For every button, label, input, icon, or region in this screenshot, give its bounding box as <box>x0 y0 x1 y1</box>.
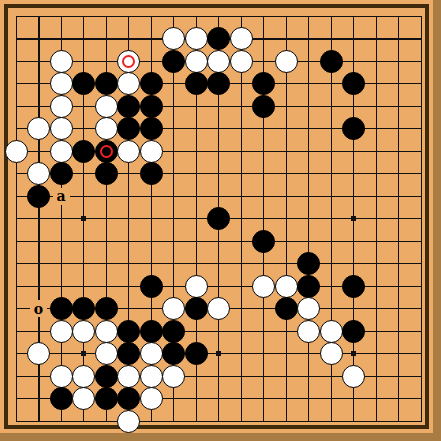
white-stone <box>95 320 118 343</box>
black-stone <box>320 50 343 73</box>
white-stone <box>117 72 140 95</box>
white-stone <box>162 297 185 320</box>
black-stone <box>162 342 185 365</box>
black-stone <box>50 162 73 185</box>
black-stone <box>140 117 163 140</box>
white-stone <box>162 365 185 388</box>
black-stone <box>95 365 118 388</box>
black-stone <box>95 297 118 320</box>
black-stone <box>252 230 275 253</box>
star-point <box>351 351 356 356</box>
white-stone <box>72 320 95 343</box>
black-stone <box>207 207 230 230</box>
black-stone <box>342 117 365 140</box>
go-board[interactable]: ao <box>0 0 441 441</box>
star-point <box>216 351 221 356</box>
white-stone <box>140 365 163 388</box>
black-stone <box>72 72 95 95</box>
black-stone <box>117 320 140 343</box>
black-stone <box>72 140 95 163</box>
white-stone <box>230 50 253 73</box>
white-stone <box>50 365 73 388</box>
white-stone <box>117 140 140 163</box>
white-stone <box>95 342 118 365</box>
white-stone <box>27 342 50 365</box>
black-stone <box>252 72 275 95</box>
white-stone <box>72 387 95 410</box>
white-stone <box>207 50 230 73</box>
white-stone <box>95 117 118 140</box>
black-stone <box>342 72 365 95</box>
white-stone <box>50 320 73 343</box>
white-stone <box>140 342 163 365</box>
black-stone <box>185 297 208 320</box>
white-stone <box>50 95 73 118</box>
white-stone <box>275 275 298 298</box>
black-stone <box>275 297 298 320</box>
black-stone <box>140 95 163 118</box>
star-point <box>351 216 356 221</box>
white-stone <box>297 297 320 320</box>
white-stone <box>275 50 298 73</box>
black-stone <box>207 27 230 50</box>
white-stone <box>117 365 140 388</box>
board-edge-shadow-bottom <box>0 433 441 441</box>
black-stone <box>342 320 365 343</box>
red-circle-marker <box>100 145 113 158</box>
white-stone <box>185 50 208 73</box>
board-edge-shadow-right <box>433 0 441 441</box>
black-stone <box>342 275 365 298</box>
white-stone <box>50 72 73 95</box>
black-stone <box>27 185 50 208</box>
point-label-a: a <box>53 188 70 205</box>
black-stone <box>185 342 208 365</box>
black-stone <box>117 117 140 140</box>
black-stone <box>252 95 275 118</box>
black-stone <box>162 50 185 73</box>
black-stone <box>95 387 118 410</box>
black-stone <box>140 72 163 95</box>
white-stone <box>95 95 118 118</box>
white-stone <box>297 320 320 343</box>
star-point <box>81 351 86 356</box>
white-stone <box>252 275 275 298</box>
white-stone <box>117 410 140 433</box>
white-stone-circled <box>117 50 140 73</box>
white-stone <box>27 117 50 140</box>
black-stone <box>117 95 140 118</box>
black-stone <box>140 162 163 185</box>
black-stone <box>95 72 118 95</box>
black-stone <box>297 275 320 298</box>
black-stone <box>72 297 95 320</box>
white-stone <box>342 365 365 388</box>
white-stone <box>320 342 343 365</box>
white-stone <box>162 27 185 50</box>
black-stone-circled <box>95 140 118 163</box>
white-stone <box>50 140 73 163</box>
white-stone <box>50 50 73 73</box>
white-stone <box>140 140 163 163</box>
black-stone <box>117 342 140 365</box>
white-stone <box>230 27 253 50</box>
white-stone <box>27 162 50 185</box>
white-stone <box>207 297 230 320</box>
black-stone <box>117 387 140 410</box>
black-stone <box>162 320 185 343</box>
white-stone <box>185 275 208 298</box>
white-stone <box>72 365 95 388</box>
white-stone <box>5 140 28 163</box>
black-stone <box>297 252 320 275</box>
red-circle-marker <box>122 55 135 68</box>
black-stone <box>95 162 118 185</box>
white-stone <box>50 117 73 140</box>
white-stone <box>140 387 163 410</box>
point-label-o: o <box>30 300 47 317</box>
black-stone <box>207 72 230 95</box>
white-stone <box>185 27 208 50</box>
black-stone <box>185 72 208 95</box>
white-stone <box>320 320 343 343</box>
black-stone <box>50 387 73 410</box>
black-stone <box>50 297 73 320</box>
black-stone <box>140 275 163 298</box>
black-stone <box>140 320 163 343</box>
star-point <box>81 216 86 221</box>
